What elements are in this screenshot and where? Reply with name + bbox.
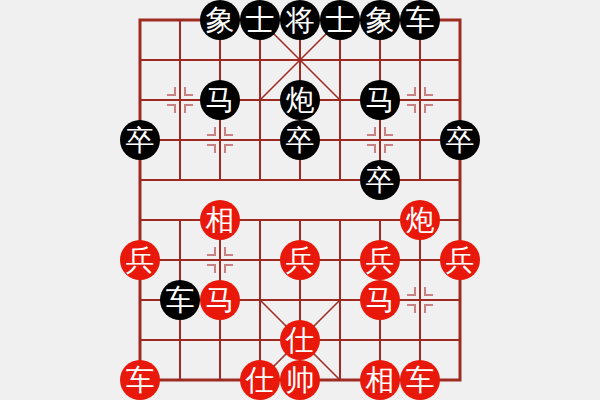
point-d8[interactable]: [240, 80, 280, 120]
piece-red-soldier[interactable]: 兵: [360, 240, 400, 280]
point-i4[interactable]: 兵: [440, 240, 480, 280]
point-e1[interactable]: 帅: [280, 360, 320, 400]
piece-black-elephant[interactable]: 象: [200, 0, 240, 40]
point-e6[interactable]: [280, 160, 320, 200]
piece-black-advisor[interactable]: 士: [320, 0, 360, 40]
point-d10[interactable]: 士: [240, 0, 280, 40]
point-i2[interactable]: [440, 320, 480, 360]
piece-black-chariot[interactable]: 车: [400, 0, 440, 40]
point-g4[interactable]: 兵: [360, 240, 400, 280]
point-f6[interactable]: [320, 160, 360, 200]
point-f1[interactable]: [320, 360, 360, 400]
point-a10[interactable]: [120, 0, 160, 40]
piece-red-soldier[interactable]: 兵: [120, 240, 160, 280]
point-h5[interactable]: 炮: [400, 200, 440, 240]
point-g8[interactable]: 马: [360, 80, 400, 120]
point-d7[interactable]: [240, 120, 280, 160]
point-a2[interactable]: [120, 320, 160, 360]
point-c1[interactable]: [200, 360, 240, 400]
board-points: 象士将士象车马炮马卒卒卒卒相炮兵兵兵兵车马马仕车仕帅相车: [120, 0, 480, 400]
point-d6[interactable]: [240, 160, 280, 200]
piece-red-chariot[interactable]: 车: [400, 360, 440, 400]
point-i1[interactable]: [440, 360, 480, 400]
xiangqi-board: 象士将士象车马炮马卒卒卒卒相炮兵兵兵兵车马马仕车仕帅相车: [120, 0, 480, 400]
point-i3[interactable]: [440, 280, 480, 320]
point-h9[interactable]: [400, 40, 440, 80]
piece-black-soldier[interactable]: 卒: [360, 160, 400, 200]
point-d4[interactable]: [240, 240, 280, 280]
point-h8[interactable]: [400, 80, 440, 120]
point-f9[interactable]: [320, 40, 360, 80]
point-c4[interactable]: [200, 240, 240, 280]
point-b1[interactable]: [160, 360, 200, 400]
point-g6[interactable]: 卒: [360, 160, 400, 200]
point-b2[interactable]: [160, 320, 200, 360]
point-h6[interactable]: [400, 160, 440, 200]
piece-black-general[interactable]: 将: [280, 0, 320, 40]
point-d2[interactable]: [240, 320, 280, 360]
point-f7[interactable]: [320, 120, 360, 160]
piece-red-chariot[interactable]: 车: [120, 360, 160, 400]
point-a7[interactable]: 卒: [120, 120, 160, 160]
point-e9[interactable]: [280, 40, 320, 80]
point-e3[interactable]: [280, 280, 320, 320]
point-i5[interactable]: [440, 200, 480, 240]
piece-red-soldier[interactable]: 兵: [280, 240, 320, 280]
piece-red-elephant[interactable]: 相: [200, 200, 240, 240]
point-b10[interactable]: [160, 0, 200, 40]
point-b9[interactable]: [160, 40, 200, 80]
point-i10[interactable]: [440, 0, 480, 40]
point-c2[interactable]: [200, 320, 240, 360]
point-h7[interactable]: [400, 120, 440, 160]
piece-black-elephant[interactable]: 象: [360, 0, 400, 40]
point-a1[interactable]: 车: [120, 360, 160, 400]
point-d9[interactable]: [240, 40, 280, 80]
piece-red-horse[interactable]: 马: [200, 280, 240, 320]
point-a8[interactable]: [120, 80, 160, 120]
point-g5[interactable]: [360, 200, 400, 240]
point-h10[interactable]: 车: [400, 0, 440, 40]
point-e10[interactable]: 将: [280, 0, 320, 40]
point-a3[interactable]: [120, 280, 160, 320]
point-e5[interactable]: [280, 200, 320, 240]
point-b5[interactable]: [160, 200, 200, 240]
point-b3[interactable]: 车: [160, 280, 200, 320]
point-d5[interactable]: [240, 200, 280, 240]
point-a6[interactable]: [120, 160, 160, 200]
point-b8[interactable]: [160, 80, 200, 120]
point-c6[interactable]: [200, 160, 240, 200]
piece-black-soldier[interactable]: 卒: [120, 120, 160, 160]
point-g2[interactable]: [360, 320, 400, 360]
piece-black-cannon[interactable]: 炮: [280, 80, 320, 120]
point-a4[interactable]: 兵: [120, 240, 160, 280]
piece-black-horse[interactable]: 马: [200, 80, 240, 120]
piece-black-soldier[interactable]: 卒: [280, 120, 320, 160]
point-c9[interactable]: [200, 40, 240, 80]
point-f2[interactable]: [320, 320, 360, 360]
piece-red-cannon[interactable]: 炮: [400, 200, 440, 240]
point-h1[interactable]: 车: [400, 360, 440, 400]
point-c7[interactable]: [200, 120, 240, 160]
point-c10[interactable]: 象: [200, 0, 240, 40]
xiangqi-app: 象士将士象车马炮马卒卒卒卒相炮兵兵兵兵车马马仕车仕帅相车: [0, 0, 600, 400]
point-i6[interactable]: [440, 160, 480, 200]
point-d1[interactable]: 仕: [240, 360, 280, 400]
point-b4[interactable]: [160, 240, 200, 280]
piece-black-soldier[interactable]: 卒: [440, 120, 480, 160]
piece-red-elephant[interactable]: 相: [360, 360, 400, 400]
point-g10[interactable]: 象: [360, 0, 400, 40]
point-i7[interactable]: 卒: [440, 120, 480, 160]
point-g3[interactable]: 马: [360, 280, 400, 320]
point-c3[interactable]: 马: [200, 280, 240, 320]
piece-red-horse[interactable]: 马: [360, 280, 400, 320]
point-f10[interactable]: 士: [320, 0, 360, 40]
piece-red-advisor[interactable]: 仕: [280, 320, 320, 360]
point-g7[interactable]: [360, 120, 400, 160]
point-i8[interactable]: [440, 80, 480, 120]
point-f5[interactable]: [320, 200, 360, 240]
point-h2[interactable]: [400, 320, 440, 360]
point-a9[interactable]: [120, 40, 160, 80]
point-b6[interactable]: [160, 160, 200, 200]
point-h4[interactable]: [400, 240, 440, 280]
point-b7[interactable]: [160, 120, 200, 160]
piece-black-advisor[interactable]: 士: [240, 0, 280, 40]
point-e2[interactable]: 仕: [280, 320, 320, 360]
point-f3[interactable]: [320, 280, 360, 320]
point-e4[interactable]: 兵: [280, 240, 320, 280]
piece-black-horse[interactable]: 马: [360, 80, 400, 120]
point-e7[interactable]: 卒: [280, 120, 320, 160]
point-f4[interactable]: [320, 240, 360, 280]
piece-red-general[interactable]: 帅: [280, 360, 320, 400]
point-g1[interactable]: 相: [360, 360, 400, 400]
point-a5[interactable]: [120, 200, 160, 240]
point-c5[interactable]: 相: [200, 200, 240, 240]
point-i9[interactable]: [440, 40, 480, 80]
point-f8[interactable]: [320, 80, 360, 120]
point-e8[interactable]: 炮: [280, 80, 320, 120]
point-g9[interactable]: [360, 40, 400, 80]
piece-red-soldier[interactable]: 兵: [440, 240, 480, 280]
point-c8[interactable]: 马: [200, 80, 240, 120]
point-h3[interactable]: [400, 280, 440, 320]
point-d3[interactable]: [240, 280, 280, 320]
piece-red-advisor[interactable]: 仕: [240, 360, 280, 400]
piece-black-chariot[interactable]: 车: [160, 280, 200, 320]
